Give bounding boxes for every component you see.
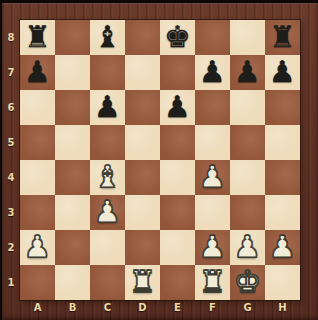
square-f2[interactable]: ♟ (195, 230, 230, 265)
file-label-e: E (160, 300, 195, 320)
square-d6[interactable] (125, 90, 160, 125)
chess-board[interactable]: ♜♝♚♜♟♟♟♟♟♟♝♟♟♟♟♟♟♜♜♚ (20, 20, 300, 300)
rank-label-1: 1 (2, 265, 20, 300)
square-c1[interactable] (90, 265, 125, 300)
piece-wb-c4[interactable]: ♝ (94, 159, 121, 194)
square-g7[interactable]: ♟ (230, 55, 265, 90)
square-h1[interactable] (265, 265, 300, 300)
piece-bp-e6[interactable]: ♟ (164, 89, 191, 124)
square-h8[interactable]: ♜ (265, 20, 300, 55)
square-c5[interactable] (90, 125, 125, 160)
square-d8[interactable] (125, 20, 160, 55)
square-b6[interactable] (55, 90, 90, 125)
square-e7[interactable] (160, 55, 195, 90)
file-label-b: B (55, 300, 90, 320)
square-g3[interactable] (230, 195, 265, 230)
square-c8[interactable]: ♝ (90, 20, 125, 55)
square-h4[interactable] (265, 160, 300, 195)
square-f1[interactable]: ♜ (195, 265, 230, 300)
piece-wp-g2[interactable]: ♟ (234, 229, 261, 264)
square-f3[interactable] (195, 195, 230, 230)
square-e5[interactable] (160, 125, 195, 160)
square-b8[interactable] (55, 20, 90, 55)
square-a2[interactable]: ♟ (20, 230, 55, 265)
square-d3[interactable] (125, 195, 160, 230)
file-label-c: C (90, 300, 125, 320)
square-a1[interactable] (20, 265, 55, 300)
square-a7[interactable]: ♟ (20, 55, 55, 90)
piece-wp-h2[interactable]: ♟ (269, 229, 296, 264)
square-e3[interactable] (160, 195, 195, 230)
rank-labels: 87654321 (2, 20, 20, 300)
piece-wp-a2[interactable]: ♟ (24, 229, 51, 264)
square-f8[interactable] (195, 20, 230, 55)
square-c4[interactable]: ♝ (90, 160, 125, 195)
file-label-d: D (125, 300, 160, 320)
file-labels: ABCDEFGH (20, 300, 300, 320)
piece-bp-c6[interactable]: ♟ (94, 89, 121, 124)
square-a4[interactable] (20, 160, 55, 195)
piece-bb-c8[interactable]: ♝ (94, 19, 121, 54)
square-e6[interactable]: ♟ (160, 90, 195, 125)
square-e8[interactable]: ♚ (160, 20, 195, 55)
piece-wk-g1[interactable]: ♚ (234, 264, 261, 299)
square-c2[interactable] (90, 230, 125, 265)
square-f6[interactable] (195, 90, 230, 125)
rank-label-4: 4 (2, 160, 20, 195)
square-e4[interactable] (160, 160, 195, 195)
piece-wr-f1[interactable]: ♜ (199, 264, 226, 299)
square-g2[interactable]: ♟ (230, 230, 265, 265)
square-b4[interactable] (55, 160, 90, 195)
rank-label-3: 3 (2, 195, 20, 230)
square-f7[interactable]: ♟ (195, 55, 230, 90)
piece-bp-f7[interactable]: ♟ (199, 54, 226, 89)
file-label-g: G (230, 300, 265, 320)
square-h7[interactable]: ♟ (265, 55, 300, 90)
square-c6[interactable]: ♟ (90, 90, 125, 125)
piece-wr-d1[interactable]: ♜ (129, 264, 156, 299)
piece-wp-c3[interactable]: ♟ (94, 194, 121, 229)
square-d7[interactable] (125, 55, 160, 90)
piece-br-h8[interactable]: ♜ (269, 19, 296, 54)
rank-label-2: 2 (2, 230, 20, 265)
rank-label-6: 6 (2, 90, 20, 125)
square-g5[interactable] (230, 125, 265, 160)
file-label-h: H (265, 300, 300, 320)
square-d4[interactable] (125, 160, 160, 195)
square-a5[interactable] (20, 125, 55, 160)
piece-bk-e8[interactable]: ♚ (164, 19, 191, 54)
square-h5[interactable] (265, 125, 300, 160)
square-a8[interactable]: ♜ (20, 20, 55, 55)
square-e1[interactable] (160, 265, 195, 300)
rank-label-8: 8 (2, 20, 20, 55)
square-h6[interactable] (265, 90, 300, 125)
square-c3[interactable]: ♟ (90, 195, 125, 230)
piece-wp-f2[interactable]: ♟ (199, 229, 226, 264)
square-b3[interactable] (55, 195, 90, 230)
square-g4[interactable] (230, 160, 265, 195)
piece-bp-h7[interactable]: ♟ (269, 54, 296, 89)
square-b5[interactable] (55, 125, 90, 160)
square-g8[interactable] (230, 20, 265, 55)
square-g6[interactable] (230, 90, 265, 125)
square-c7[interactable] (90, 55, 125, 90)
rank-label-5: 5 (2, 125, 20, 160)
file-label-f: F (195, 300, 230, 320)
square-d2[interactable] (125, 230, 160, 265)
piece-bp-a7[interactable]: ♟ (24, 54, 51, 89)
piece-br-a8[interactable]: ♜ (24, 19, 51, 54)
square-h3[interactable] (265, 195, 300, 230)
square-h2[interactable]: ♟ (265, 230, 300, 265)
piece-bp-g7[interactable]: ♟ (234, 54, 261, 89)
square-f5[interactable] (195, 125, 230, 160)
square-a3[interactable] (20, 195, 55, 230)
square-b1[interactable] (55, 265, 90, 300)
piece-wp-f4[interactable]: ♟ (199, 159, 226, 194)
square-b2[interactable] (55, 230, 90, 265)
square-f4[interactable]: ♟ (195, 160, 230, 195)
square-e2[interactable] (160, 230, 195, 265)
chessboard-widget: 87654321 ♜♝♚♜♟♟♟♟♟♟♝♟♟♟♟♟♟♜♜♚ ABCDEFGH (0, 0, 318, 320)
rank-label-7: 7 (2, 55, 20, 90)
square-d5[interactable] (125, 125, 160, 160)
square-b7[interactable] (55, 55, 90, 90)
square-d1[interactable]: ♜ (125, 265, 160, 300)
square-a6[interactable] (20, 90, 55, 125)
square-g1[interactable]: ♚ (230, 265, 265, 300)
file-label-a: A (20, 300, 55, 320)
